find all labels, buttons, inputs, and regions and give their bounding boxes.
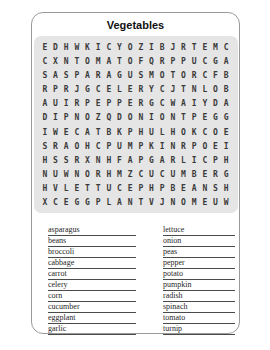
grid-cell: G xyxy=(72,196,83,210)
grid-cell: E xyxy=(93,97,104,111)
grid-cell: A xyxy=(82,125,93,139)
grid-cell: A xyxy=(104,68,115,82)
grid-cell: E xyxy=(40,40,51,54)
grid-cell: R xyxy=(40,83,51,97)
grid-cell: S xyxy=(61,153,72,167)
grid-cell: X xyxy=(82,153,93,167)
grid-cell: W xyxy=(61,168,72,182)
grid-cell: P xyxy=(104,139,115,153)
grid-cell: L xyxy=(104,196,115,210)
grid-cell: I xyxy=(189,97,200,111)
grid-cell: O xyxy=(178,68,189,82)
grid-cell: H xyxy=(168,125,179,139)
grid-cell: P xyxy=(210,153,221,167)
grid-cell: N xyxy=(168,139,179,153)
grid-cell: T xyxy=(168,68,179,82)
grid-cell: O xyxy=(157,111,168,125)
grid-cell: J xyxy=(72,83,83,97)
grid-cell: K xyxy=(114,125,125,139)
grid-cell: Z xyxy=(136,40,147,54)
grid-cell: M xyxy=(125,139,136,153)
grid-cell: W xyxy=(72,40,83,54)
word-item: lettuce xyxy=(163,226,235,236)
grid-cell: P xyxy=(189,111,200,125)
grid-cell: G xyxy=(210,54,221,68)
grid-cell: S xyxy=(61,68,72,82)
grid-cell: V xyxy=(146,196,157,210)
grid-cell: S xyxy=(40,139,51,153)
grid-cell: I xyxy=(93,40,104,54)
grid-cell: R xyxy=(61,83,72,97)
grid-cell: R xyxy=(50,139,61,153)
puzzle-card: Vegetables EDHWKICYOZIBJRTEMCCXNTOMATOFQ… xyxy=(31,12,240,334)
grid-cell: C xyxy=(157,83,168,97)
word-column-left: asparagusbeansbroccolicabbagecarrotceler… xyxy=(48,226,136,336)
grid-cell: M xyxy=(146,68,157,82)
grid-cell: R xyxy=(93,168,104,182)
grid-cell: U xyxy=(50,168,61,182)
grid-cell: N xyxy=(72,111,83,125)
grid-cell: T xyxy=(178,83,189,97)
grid-cell: I xyxy=(146,40,157,54)
grid-cell: C xyxy=(136,168,147,182)
word-item: carrot xyxy=(48,270,136,280)
grid-cell: T xyxy=(93,182,104,196)
grid-cell: A xyxy=(104,54,115,68)
grid-cell: P xyxy=(189,139,200,153)
word-item: radish xyxy=(163,292,235,302)
grid-cell: U xyxy=(189,54,200,68)
grid-cell: G xyxy=(146,153,157,167)
grid-cell: A xyxy=(82,68,93,82)
grid-cell: A xyxy=(157,153,168,167)
word-item: asparagus xyxy=(48,226,136,236)
grid-cell: R xyxy=(72,153,83,167)
grid-cell: V xyxy=(50,182,61,196)
word-item: pepper xyxy=(163,259,235,269)
grid-cell: M xyxy=(210,40,221,54)
grid-cell: J xyxy=(168,83,179,97)
grid-cell: N xyxy=(72,168,83,182)
grid-cell: D xyxy=(114,111,125,125)
grid-cell: B xyxy=(189,168,200,182)
grid-cell: Y xyxy=(146,83,157,97)
grid-cell: X xyxy=(50,54,61,68)
grid-cell: H xyxy=(40,153,51,167)
letter-grid: EDHWKICYOZIBJRTEMCCXNTOMATOFQRPPUCGASASP… xyxy=(40,40,232,210)
word-item: beans xyxy=(48,237,136,247)
grid-cell: U xyxy=(146,168,157,182)
grid-cell: R xyxy=(210,168,221,182)
grid-cell: P xyxy=(125,125,136,139)
grid-cell: M xyxy=(114,168,125,182)
grid-cell: P xyxy=(178,54,189,68)
word-item: turnip xyxy=(163,325,235,335)
grid-cell: H xyxy=(82,139,93,153)
grid-cell: A xyxy=(50,68,61,82)
grid-cell: N xyxy=(61,54,72,68)
grid-cell: E xyxy=(125,83,136,97)
grid-cell: G xyxy=(82,83,93,97)
grid-cell: H xyxy=(104,168,115,182)
grid-cell: L xyxy=(61,182,72,196)
grid-cell: E xyxy=(221,125,232,139)
grid-cell: O xyxy=(200,139,211,153)
grid-cell: H xyxy=(104,153,115,167)
grid-cell: U xyxy=(50,97,61,111)
grid-cell: W xyxy=(221,196,232,210)
grid-cell: G xyxy=(114,68,125,82)
grid-cell: W xyxy=(50,125,61,139)
word-item: cabbage xyxy=(48,259,136,269)
grid-cell: T xyxy=(82,182,93,196)
grid-cell: C xyxy=(157,97,168,111)
grid-cell: A xyxy=(125,153,136,167)
word-item: broccoli xyxy=(48,248,136,258)
word-item: onion xyxy=(163,237,235,247)
grid-cell: P xyxy=(157,182,168,196)
word-item: peas xyxy=(163,248,235,258)
grid-cell: R xyxy=(189,68,200,82)
grid-cell: O xyxy=(210,125,221,139)
grid-cell: U xyxy=(168,168,179,182)
grid-cell: O xyxy=(178,196,189,210)
grid-cell: H xyxy=(40,182,51,196)
grid-cell: Y xyxy=(114,40,125,54)
grid-cell: T xyxy=(114,54,125,68)
grid-cell: C xyxy=(200,68,211,82)
grid-cell: C xyxy=(93,139,104,153)
grid-cell: R xyxy=(136,97,147,111)
grid-cell: O xyxy=(210,83,221,97)
grid-cell: B xyxy=(221,68,232,82)
grid-cell: O xyxy=(125,111,136,125)
grid-cell: E xyxy=(72,182,83,196)
grid-cell: R xyxy=(136,83,147,97)
grid-cell: O xyxy=(82,168,93,182)
grid-cell: N xyxy=(168,111,179,125)
grid-cell: N xyxy=(189,83,200,97)
grid-cell: F xyxy=(210,68,221,82)
grid-cell: E xyxy=(178,182,189,196)
word-list: asparagusbeansbroccolicabbagecarrotceler… xyxy=(32,226,239,336)
grid-cell: I xyxy=(61,97,72,111)
grid-cell: H xyxy=(61,40,72,54)
grid-cell: R xyxy=(72,97,83,111)
grid-cell: N xyxy=(200,182,211,196)
grid-cell: P xyxy=(93,196,104,210)
grid-cell: R xyxy=(178,139,189,153)
grid-cell: P xyxy=(104,97,115,111)
grid-panel: EDHWKICYOZIBJRTEMCCXNTOMATOFQRPPUCGASASP… xyxy=(34,36,238,213)
grid-cell: C xyxy=(200,125,211,139)
grid-cell: E xyxy=(200,196,211,210)
grid-cell: A xyxy=(40,97,51,111)
grid-cell: T xyxy=(189,40,200,54)
word-column-right: lettuceonionpeaspepperpotatopumpkinradis… xyxy=(163,226,235,336)
grid-cell: C xyxy=(93,83,104,97)
grid-cell: C xyxy=(72,125,83,139)
grid-cell: A xyxy=(61,139,72,153)
word-item: garlic xyxy=(48,325,136,335)
word-item: spinach xyxy=(163,303,235,313)
grid-cell: H xyxy=(136,125,147,139)
grid-cell: L xyxy=(200,83,211,97)
grid-cell: C xyxy=(200,54,211,68)
grid-cell: I xyxy=(50,111,61,125)
grid-cell: C xyxy=(104,40,115,54)
grid-cell: D xyxy=(50,40,61,54)
grid-cell: E xyxy=(125,97,136,111)
grid-cell: C xyxy=(50,196,61,210)
grid-cell: O xyxy=(157,68,168,82)
grid-cell: E xyxy=(200,168,211,182)
grid-cell: G xyxy=(221,168,232,182)
grid-cell: B xyxy=(157,40,168,54)
grid-cell: C xyxy=(200,153,211,167)
grid-cell: T xyxy=(72,54,83,68)
grid-cell: O xyxy=(178,125,189,139)
grid-cell: I xyxy=(189,153,200,167)
grid-cell: E xyxy=(200,40,211,54)
grid-cell: K xyxy=(146,139,157,153)
grid-cell: H xyxy=(221,153,232,167)
word-item: cucumber xyxy=(48,303,136,313)
grid-cell: R xyxy=(157,54,168,68)
grid-cell: C xyxy=(221,40,232,54)
grid-cell: A xyxy=(114,196,125,210)
grid-cell: A xyxy=(221,54,232,68)
grid-cell: T xyxy=(136,196,147,210)
grid-cell: O xyxy=(125,40,136,54)
grid-cell: T xyxy=(178,111,189,125)
grid-cell: G xyxy=(146,97,157,111)
grid-cell: P xyxy=(114,97,125,111)
grid-cell: H xyxy=(221,182,232,196)
grid-cell: O xyxy=(72,139,83,153)
grid-cell: Q xyxy=(104,111,115,125)
page-title: Vegetables xyxy=(32,13,239,36)
grid-cell: N xyxy=(125,196,136,210)
grid-cell: S xyxy=(40,68,51,82)
grid-cell: E xyxy=(61,125,72,139)
grid-cell: A xyxy=(178,97,189,111)
grid-cell: G xyxy=(82,196,93,210)
word-item: corn xyxy=(48,292,136,302)
grid-cell: P xyxy=(82,97,93,111)
word-item: eggplant xyxy=(48,314,136,324)
grid-cell: I xyxy=(221,139,232,153)
grid-cell: B xyxy=(221,83,232,97)
grid-cell: T xyxy=(93,125,104,139)
grid-cell: I xyxy=(146,111,157,125)
grid-cell: B xyxy=(104,125,115,139)
word-item: pumpkin xyxy=(163,281,235,291)
grid-cell: X xyxy=(40,196,51,210)
word-item: tomato xyxy=(163,314,235,324)
grid-cell: D xyxy=(40,111,51,125)
grid-cell: C xyxy=(40,54,51,68)
grid-cell: P xyxy=(136,182,147,196)
grid-cell: A xyxy=(189,182,200,196)
grid-cell: M xyxy=(189,196,200,210)
grid-cell: M xyxy=(178,168,189,182)
grid-cell: W xyxy=(168,97,179,111)
grid-cell: I xyxy=(40,125,51,139)
grid-cell: C xyxy=(114,182,125,196)
grid-cell: Z xyxy=(93,111,104,125)
grid-cell: U xyxy=(104,182,115,196)
grid-cell: N xyxy=(93,153,104,167)
grid-cell: K xyxy=(82,40,93,54)
grid-cell: S xyxy=(136,68,147,82)
grid-cell: R xyxy=(178,40,189,54)
grid-cell: U xyxy=(114,139,125,153)
grid-cell: G xyxy=(210,111,221,125)
grid-cell: J xyxy=(168,40,179,54)
grid-cell: Q xyxy=(146,54,157,68)
grid-cell: A xyxy=(221,97,232,111)
grid-cell: L xyxy=(114,83,125,97)
grid-cell: J xyxy=(157,196,168,210)
grid-cell: C xyxy=(157,168,168,182)
grid-cell: U xyxy=(210,196,221,210)
word-item: celery xyxy=(48,281,136,291)
grid-cell: P xyxy=(61,111,72,125)
grid-cell: R xyxy=(168,153,179,167)
grid-cell: N xyxy=(136,111,147,125)
grid-cell: Y xyxy=(200,97,211,111)
grid-cell: P xyxy=(50,83,61,97)
grid-cell: E xyxy=(210,139,221,153)
grid-cell: O xyxy=(82,54,93,68)
grid-cell: P xyxy=(72,68,83,82)
grid-cell: U xyxy=(125,68,136,82)
grid-cell: D xyxy=(210,97,221,111)
grid-cell: H xyxy=(146,182,157,196)
grid-cell: P xyxy=(168,54,179,68)
grid-cell: O xyxy=(82,111,93,125)
grid-cell: Z xyxy=(125,168,136,182)
grid-cell: F xyxy=(114,153,125,167)
grid-cell: G xyxy=(221,111,232,125)
grid-cell: E xyxy=(125,182,136,196)
grid-cell: L xyxy=(157,125,168,139)
grid-cell: S xyxy=(50,153,61,167)
grid-cell: U xyxy=(146,125,157,139)
grid-cell: S xyxy=(210,182,221,196)
grid-cell: I xyxy=(157,139,168,153)
grid-cell: E xyxy=(61,196,72,210)
grid-cell: K xyxy=(189,125,200,139)
grid-cell: N xyxy=(40,168,51,182)
word-item: potato xyxy=(163,270,235,280)
grid-cell: E xyxy=(200,111,211,125)
grid-cell: R xyxy=(93,68,104,82)
grid-cell: M xyxy=(93,54,104,68)
grid-cell: N xyxy=(168,196,179,210)
grid-cell: F xyxy=(136,54,147,68)
grid-cell: B xyxy=(168,182,179,196)
grid-cell: L xyxy=(178,153,189,167)
grid-cell: P xyxy=(136,153,147,167)
grid-cell: E xyxy=(104,83,115,97)
grid-cell: O xyxy=(125,54,136,68)
grid-cell: P xyxy=(136,139,147,153)
